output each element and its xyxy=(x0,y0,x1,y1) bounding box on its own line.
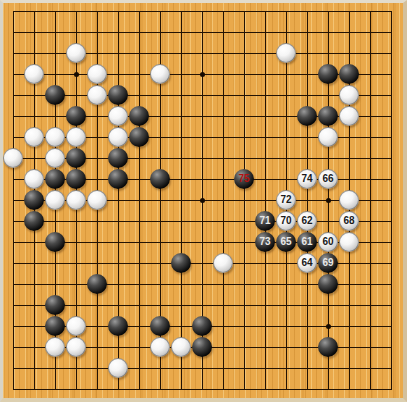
stone-white[interactable] xyxy=(24,64,44,84)
stone-black[interactable] xyxy=(66,106,86,126)
stone-black[interactable]: 71 xyxy=(255,211,275,231)
stone-white[interactable] xyxy=(318,127,338,147)
stone-white[interactable] xyxy=(87,64,107,84)
stone-white[interactable]: 62 xyxy=(297,211,317,231)
stone-white[interactable] xyxy=(108,127,128,147)
stone-white[interactable] xyxy=(150,64,170,84)
stone-white[interactable] xyxy=(171,337,191,357)
stone-white[interactable] xyxy=(66,190,86,210)
stone-black[interactable] xyxy=(45,295,65,315)
stone-white[interactable] xyxy=(24,127,44,147)
stone-black[interactable] xyxy=(318,274,338,294)
stone-black[interactable] xyxy=(150,316,170,336)
stone-black[interactable] xyxy=(24,211,44,231)
move-number: 61 xyxy=(301,237,312,247)
stone-white[interactable] xyxy=(45,127,65,147)
star-point xyxy=(74,72,79,77)
stone-black[interactable] xyxy=(45,85,65,105)
star-point xyxy=(326,198,331,203)
move-number: 65 xyxy=(280,237,291,247)
stone-black[interactable] xyxy=(192,316,212,336)
stone-white[interactable] xyxy=(66,337,86,357)
stone-black[interactable] xyxy=(150,169,170,189)
stone-white[interactable] xyxy=(24,169,44,189)
stone-white[interactable] xyxy=(339,85,359,105)
stone-black[interactable]: 75 xyxy=(234,169,254,189)
stone-black[interactable] xyxy=(129,106,149,126)
stone-black[interactable] xyxy=(318,106,338,126)
stone-black[interactable]: 65 xyxy=(276,232,296,252)
go-board: 7574667271706268736561606469 xyxy=(0,0,407,402)
stone-black[interactable]: 69 xyxy=(318,253,338,273)
stone-white[interactable] xyxy=(276,43,296,63)
stone-black[interactable] xyxy=(297,106,317,126)
move-number: 70 xyxy=(280,216,291,226)
stone-white[interactable] xyxy=(213,253,233,273)
star-point xyxy=(326,324,331,329)
stone-white[interactable] xyxy=(339,190,359,210)
stone-white[interactable] xyxy=(66,43,86,63)
move-number: 71 xyxy=(259,216,270,226)
stone-white[interactable]: 66 xyxy=(318,169,338,189)
stone-black[interactable]: 61 xyxy=(297,232,317,252)
move-number: 72 xyxy=(280,195,291,205)
move-number: 66 xyxy=(322,174,333,184)
stone-black[interactable] xyxy=(339,64,359,84)
stone-black[interactable] xyxy=(45,232,65,252)
stone-white[interactable] xyxy=(45,337,65,357)
move-number: 69 xyxy=(322,258,333,268)
move-number: 64 xyxy=(301,258,312,268)
stone-white[interactable]: 70 xyxy=(276,211,296,231)
stone-white[interactable] xyxy=(45,190,65,210)
stone-black[interactable] xyxy=(171,253,191,273)
star-point xyxy=(200,72,205,77)
board-grid[interactable]: 7574667271706268736561606469 xyxy=(13,11,392,390)
stone-black[interactable] xyxy=(66,169,86,189)
stone-black[interactable] xyxy=(192,337,212,357)
stone-white[interactable] xyxy=(87,85,107,105)
stone-black[interactable] xyxy=(318,337,338,357)
stone-white[interactable] xyxy=(66,316,86,336)
stone-black[interactable] xyxy=(45,169,65,189)
stone-black[interactable] xyxy=(87,274,107,294)
move-number: 62 xyxy=(301,216,312,226)
stone-white[interactable] xyxy=(66,127,86,147)
stone-white[interactable] xyxy=(3,148,23,168)
stone-white[interactable]: 68 xyxy=(339,211,359,231)
stone-white[interactable] xyxy=(87,190,107,210)
stone-white[interactable]: 72 xyxy=(276,190,296,210)
stone-black[interactable] xyxy=(24,190,44,210)
stone-black[interactable] xyxy=(108,169,128,189)
stone-white[interactable] xyxy=(108,358,128,378)
stone-black[interactable]: 73 xyxy=(255,232,275,252)
stone-white[interactable] xyxy=(339,106,359,126)
stone-black[interactable] xyxy=(108,316,128,336)
stone-black[interactable] xyxy=(318,64,338,84)
stone-black[interactable] xyxy=(129,127,149,147)
stone-white[interactable]: 64 xyxy=(297,253,317,273)
stone-white[interactable] xyxy=(150,337,170,357)
stone-white[interactable]: 60 xyxy=(318,232,338,252)
move-number: 74 xyxy=(301,174,312,184)
stone-white[interactable] xyxy=(45,148,65,168)
stone-white[interactable]: 74 xyxy=(297,169,317,189)
stone-black[interactable] xyxy=(108,148,128,168)
move-number: 73 xyxy=(259,237,270,247)
move-number: 60 xyxy=(322,237,333,247)
star-point xyxy=(200,198,205,203)
stone-black[interactable] xyxy=(66,148,86,168)
stone-white[interactable] xyxy=(339,232,359,252)
stone-black[interactable] xyxy=(108,85,128,105)
stone-white[interactable] xyxy=(108,106,128,126)
move-number: 75 xyxy=(238,174,249,184)
move-number: 68 xyxy=(343,216,354,226)
stone-black[interactable] xyxy=(45,316,65,336)
